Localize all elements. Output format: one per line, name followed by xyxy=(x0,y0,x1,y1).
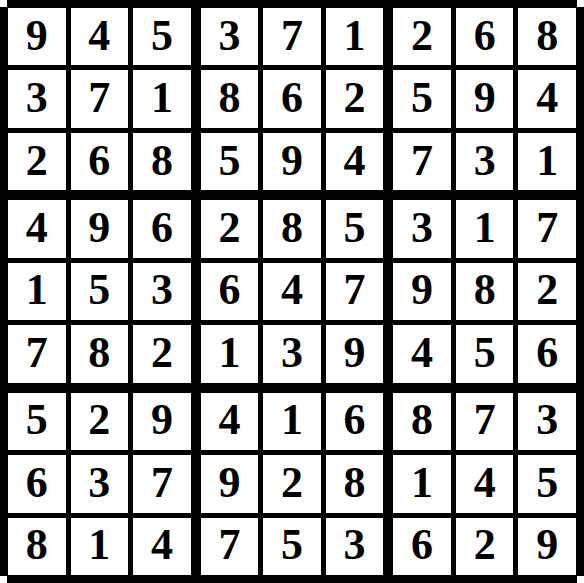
cell-r2c6[interactable]: 2 xyxy=(326,70,384,127)
cell-r7c9[interactable]: 3 xyxy=(518,393,576,450)
cell-digit: 9 xyxy=(151,398,173,442)
cell-r5c7[interactable]: 9 xyxy=(393,263,451,320)
cell-r6c2[interactable]: 8 xyxy=(71,325,129,382)
cell-r1c1[interactable]: 9 xyxy=(8,8,66,65)
cell-r3c2[interactable]: 6 xyxy=(71,133,129,190)
cell-digit: 3 xyxy=(26,76,48,120)
cell-r5c9[interactable]: 2 xyxy=(518,263,576,320)
cell-r4c9[interactable]: 7 xyxy=(518,200,576,257)
cell-digit: 9 xyxy=(536,523,558,567)
cell-digit: 6 xyxy=(344,398,366,442)
cell-digit: 3 xyxy=(536,398,558,442)
cell-r6c4[interactable]: 1 xyxy=(201,325,259,382)
cell-r1c4[interactable]: 3 xyxy=(201,8,259,65)
cell-digit: 4 xyxy=(474,461,496,505)
cell-digit: 8 xyxy=(536,14,558,58)
cell-digit: 2 xyxy=(88,398,110,442)
cell-r9c7[interactable]: 6 xyxy=(393,518,451,575)
cell-r8c4[interactable]: 9 xyxy=(201,455,259,512)
cell-r4c3[interactable]: 6 xyxy=(133,200,191,257)
cell-r1c9[interactable]: 8 xyxy=(518,8,576,65)
cell-digit: 9 xyxy=(411,268,433,312)
cell-digit: 2 xyxy=(344,76,366,120)
cell-r5c1[interactable]: 1 xyxy=(8,263,66,320)
cell-r8c9[interactable]: 5 xyxy=(518,455,576,512)
cell-r9c5[interactable]: 5 xyxy=(263,518,321,575)
cell-r6c9[interactable]: 6 xyxy=(518,325,576,382)
cell-digit: 1 xyxy=(151,76,173,120)
cell-r6c5[interactable]: 3 xyxy=(263,325,321,382)
cell-r9c3[interactable]: 4 xyxy=(133,518,191,575)
cell-digit: 6 xyxy=(26,461,48,505)
cell-r2c8[interactable]: 9 xyxy=(456,70,514,127)
cell-r9c2[interactable]: 1 xyxy=(71,518,129,575)
cell-digit: 8 xyxy=(88,331,110,375)
cell-r7c3[interactable]: 9 xyxy=(133,393,191,450)
cell-r7c4[interactable]: 4 xyxy=(201,393,259,450)
cell-digit: 6 xyxy=(281,76,303,120)
cell-digit: 5 xyxy=(536,461,558,505)
cell-digit: 4 xyxy=(151,523,173,567)
cell-digit: 7 xyxy=(88,76,110,120)
cell-digit: 5 xyxy=(88,268,110,312)
cell-r7c8[interactable]: 7 xyxy=(456,393,514,450)
cell-r1c7[interactable]: 2 xyxy=(393,8,451,65)
cell-digit: 7 xyxy=(411,139,433,183)
cell-digit: 4 xyxy=(411,331,433,375)
cell-digit: 9 xyxy=(88,206,110,250)
cell-digit: 1 xyxy=(536,139,558,183)
cell-r8c6[interactable]: 8 xyxy=(326,455,384,512)
cell-r9c8[interactable]: 2 xyxy=(456,518,514,575)
cell-r7c7[interactable]: 8 xyxy=(393,393,451,450)
cell-r2c2[interactable]: 7 xyxy=(71,70,129,127)
cell-digit: 7 xyxy=(151,461,173,505)
cell-r2c7[interactable]: 5 xyxy=(393,70,451,127)
cell-r3c7[interactable]: 7 xyxy=(393,133,451,190)
cell-r3c1[interactable]: 2 xyxy=(8,133,66,190)
cell-r6c7[interactable]: 4 xyxy=(393,325,451,382)
cell-r5c8[interactable]: 8 xyxy=(456,263,514,320)
cell-digit: 2 xyxy=(26,139,48,183)
cell-digit: 8 xyxy=(151,139,173,183)
cell-r9c9[interactable]: 9 xyxy=(518,518,576,575)
cell-digit: 3 xyxy=(411,206,433,250)
corner-notch-top-right xyxy=(577,0,584,7)
cell-digit: 1 xyxy=(411,461,433,505)
cell-digit: 1 xyxy=(218,331,240,375)
cell-digit: 5 xyxy=(411,76,433,120)
cell-digit: 2 xyxy=(536,268,558,312)
cell-r8c1[interactable]: 6 xyxy=(8,455,66,512)
cell-r1c2[interactable]: 4 xyxy=(71,8,129,65)
cell-r1c3[interactable]: 5 xyxy=(133,8,191,65)
cell-digit: 3 xyxy=(474,139,496,183)
cell-digit: 4 xyxy=(218,398,240,442)
cell-digit: 8 xyxy=(344,461,366,505)
cell-digit: 5 xyxy=(26,398,48,442)
cell-digit: 6 xyxy=(218,268,240,312)
cell-r6c6[interactable]: 9 xyxy=(326,325,384,382)
cell-digit: 3 xyxy=(88,461,110,505)
cell-r3c5[interactable]: 9 xyxy=(263,133,321,190)
cell-r4c6[interactable]: 5 xyxy=(326,200,384,257)
cell-digit: 8 xyxy=(281,206,303,250)
cell-r4c4[interactable]: 2 xyxy=(201,200,259,257)
cell-r3c8[interactable]: 3 xyxy=(456,133,514,190)
cell-r2c3[interactable]: 1 xyxy=(133,70,191,127)
cell-digit: 4 xyxy=(344,139,366,183)
cell-r6c1[interactable]: 7 xyxy=(8,325,66,382)
cell-digit: 6 xyxy=(474,14,496,58)
cell-r3c6[interactable]: 4 xyxy=(326,133,384,190)
cell-r5c4[interactable]: 6 xyxy=(201,263,259,320)
cell-r1c6[interactable]: 1 xyxy=(326,8,384,65)
cell-digit: 6 xyxy=(88,139,110,183)
cell-r8c3[interactable]: 7 xyxy=(133,455,191,512)
cell-r2c9[interactable]: 4 xyxy=(518,70,576,127)
cell-digit: 6 xyxy=(536,331,558,375)
cell-digit: 5 xyxy=(344,206,366,250)
cell-r2c1[interactable]: 3 xyxy=(8,70,66,127)
cell-r4c2[interactable]: 9 xyxy=(71,200,129,257)
cell-digit: 7 xyxy=(474,398,496,442)
cell-r8c2[interactable]: 3 xyxy=(71,455,129,512)
cell-digit: 3 xyxy=(151,268,173,312)
cell-r5c5[interactable]: 4 xyxy=(263,263,321,320)
cell-digit: 7 xyxy=(218,523,240,567)
cell-r7c2[interactable]: 2 xyxy=(71,393,129,450)
cell-r6c3[interactable]: 2 xyxy=(133,325,191,382)
cell-digit: 4 xyxy=(281,268,303,312)
cell-digit: 2 xyxy=(218,206,240,250)
cell-digit: 7 xyxy=(26,331,48,375)
cell-digit: 5 xyxy=(151,14,173,58)
cell-digit: 6 xyxy=(411,523,433,567)
cell-r5c2[interactable]: 5 xyxy=(71,263,129,320)
cell-digit: 2 xyxy=(411,14,433,58)
cell-digit: 9 xyxy=(26,14,48,58)
cell-digit: 9 xyxy=(474,76,496,120)
cell-digit: 5 xyxy=(474,331,496,375)
cell-r3c3[interactable]: 8 xyxy=(133,133,191,190)
cell-digit: 6 xyxy=(151,206,173,250)
cell-r1c8[interactable]: 6 xyxy=(456,8,514,65)
cell-digit: 1 xyxy=(26,268,48,312)
cell-digit: 8 xyxy=(26,523,48,567)
cell-r9c1[interactable]: 8 xyxy=(8,518,66,575)
cell-r8c8[interactable]: 4 xyxy=(456,455,514,512)
cell-r4c7[interactable]: 3 xyxy=(393,200,451,257)
cell-digit: 4 xyxy=(26,206,48,250)
cell-r4c1[interactable]: 4 xyxy=(8,200,66,257)
corner-notch-bottom-right xyxy=(577,576,584,583)
cell-digit: 3 xyxy=(281,331,303,375)
cell-r7c6[interactable]: 6 xyxy=(326,393,384,450)
cell-digit: 2 xyxy=(281,461,303,505)
cell-r3c4[interactable]: 5 xyxy=(201,133,259,190)
cell-digit: 9 xyxy=(218,461,240,505)
sudoku-board: 9453712683718625942685947314962853171536… xyxy=(0,0,584,583)
cell-r9c4[interactable]: 7 xyxy=(201,518,259,575)
cell-digit: 9 xyxy=(344,331,366,375)
cell-digit: 8 xyxy=(411,398,433,442)
cell-digit: 3 xyxy=(344,523,366,567)
cell-digit: 4 xyxy=(88,14,110,58)
cell-digit: 1 xyxy=(474,206,496,250)
cell-digit: 4 xyxy=(536,76,558,120)
cell-digit: 2 xyxy=(151,331,173,375)
cell-r5c6[interactable]: 7 xyxy=(326,263,384,320)
cell-r5c3[interactable]: 3 xyxy=(133,263,191,320)
sudoku-page: 9453712683718625942685947314962853171536… xyxy=(0,0,584,583)
corner-notch-top-left xyxy=(0,0,7,7)
cell-r9c6[interactable]: 3 xyxy=(326,518,384,575)
cell-r4c5[interactable]: 8 xyxy=(263,200,321,257)
cell-digit: 5 xyxy=(281,523,303,567)
cell-r4c8[interactable]: 1 xyxy=(456,200,514,257)
cell-r6c8[interactable]: 5 xyxy=(456,325,514,382)
cell-r7c5[interactable]: 1 xyxy=(263,393,321,450)
cell-digit: 7 xyxy=(536,206,558,250)
cell-digit: 1 xyxy=(344,14,366,58)
cell-r7c1[interactable]: 5 xyxy=(8,393,66,450)
cell-digit: 1 xyxy=(281,398,303,442)
cell-digit: 1 xyxy=(88,523,110,567)
cell-digit: 7 xyxy=(281,14,303,58)
cell-digit: 8 xyxy=(474,268,496,312)
cell-r3c9[interactable]: 1 xyxy=(518,133,576,190)
cell-digit: 3 xyxy=(218,14,240,58)
cell-digit: 5 xyxy=(218,139,240,183)
cell-r8c5[interactable]: 2 xyxy=(263,455,321,512)
cell-r2c5[interactable]: 6 xyxy=(263,70,321,127)
corner-notch-bottom-left xyxy=(0,576,7,583)
cell-r8c7[interactable]: 1 xyxy=(393,455,451,512)
cell-digit: 2 xyxy=(474,523,496,567)
cell-digit: 7 xyxy=(344,268,366,312)
cell-r2c4[interactable]: 8 xyxy=(201,70,259,127)
cell-digit: 8 xyxy=(218,76,240,120)
cell-digit: 9 xyxy=(281,139,303,183)
cell-r1c5[interactable]: 7 xyxy=(263,8,321,65)
